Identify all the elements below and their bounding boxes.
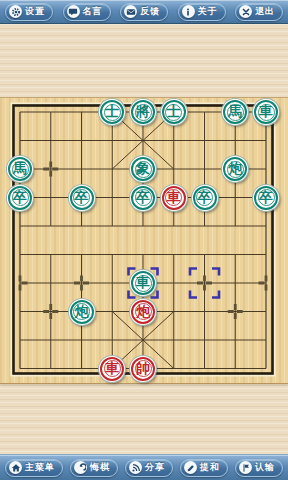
topbar-button-4[interactable]: 关于 — [178, 3, 226, 21]
topbar-button-3[interactable]: 反馈 — [120, 3, 168, 21]
top-toolbar: 设置名言反馈关于退出 — [0, 0, 288, 24]
topbar-button-label: 设置 — [25, 5, 45, 18]
gear-icon — [9, 5, 22, 18]
black-piece-卒[interactable]: 卒 — [7, 185, 33, 211]
bottombar-button-4[interactable]: 提和 — [180, 459, 228, 477]
info-icon — [182, 5, 195, 18]
topbar-button-label: 退出 — [255, 5, 275, 18]
undo-icon — [74, 461, 87, 474]
home-icon — [9, 461, 22, 474]
black-piece-卒[interactable]: 卒 — [253, 185, 279, 211]
topbar-button-1[interactable]: 设置 — [5, 3, 53, 21]
bottombar-button-3[interactable]: 分享 — [125, 459, 173, 477]
black-piece-士[interactable]: 士 — [99, 99, 125, 125]
envelope-icon — [124, 5, 137, 18]
black-piece-卒[interactable]: 卒 — [192, 185, 218, 211]
flag-icon — [239, 461, 252, 474]
red-piece-炮[interactable]: 炮 — [130, 299, 156, 325]
topbar-button-label: 反馈 — [140, 5, 160, 18]
bottombar-button-label: 认输 — [255, 461, 275, 474]
bottombar-button-5[interactable]: 认输 — [235, 459, 283, 477]
xiangqi-app: 士將士馬車馬象炮卒卒卒車卒卒車炮炮車帥 设置名言反馈关于退出 主菜单悔棋分享提和… — [0, 0, 288, 480]
black-piece-炮[interactable]: 炮 — [69, 299, 95, 325]
bottombar-button-1[interactable]: 主菜单 — [5, 459, 63, 477]
black-piece-象[interactable]: 象 — [130, 156, 156, 182]
black-piece-車[interactable]: 車 — [253, 99, 279, 125]
black-piece-馬[interactable]: 馬 — [222, 99, 248, 125]
red-piece-帥[interactable]: 帥 — [130, 356, 156, 382]
black-piece-馬[interactable]: 馬 — [7, 156, 33, 182]
bottombar-button-label: 提和 — [200, 461, 220, 474]
red-piece-車[interactable]: 車 — [161, 185, 187, 211]
topbar-button-label: 关于 — [198, 5, 218, 18]
black-piece-士[interactable]: 士 — [161, 99, 187, 125]
red-piece-車[interactable]: 車 — [99, 356, 125, 382]
black-piece-卒[interactable]: 卒 — [69, 185, 95, 211]
bottombar-button-label: 悔棋 — [90, 461, 110, 474]
share-icon — [129, 461, 142, 474]
bottom-toolbar: 主菜单悔棋分享提和认输 — [0, 454, 288, 480]
speech-bubble-icon — [67, 5, 80, 18]
topbar-button-5[interactable]: 退出 — [235, 3, 283, 21]
xiangqi-board[interactable] — [0, 97, 288, 384]
bottombar-button-label: 主菜单 — [25, 461, 55, 474]
topbar-button-2[interactable]: 名言 — [63, 3, 111, 21]
black-piece-卒[interactable]: 卒 — [130, 185, 156, 211]
black-piece-炮[interactable]: 炮 — [222, 156, 248, 182]
black-piece-車[interactable]: 車 — [130, 270, 156, 296]
black-piece-將[interactable]: 將 — [130, 99, 156, 125]
close-icon — [239, 5, 252, 18]
topbar-button-label: 名言 — [83, 5, 103, 18]
pencil-icon — [184, 461, 197, 474]
bottombar-button-label: 分享 — [145, 461, 165, 474]
bottombar-button-2[interactable]: 悔棋 — [70, 459, 118, 477]
